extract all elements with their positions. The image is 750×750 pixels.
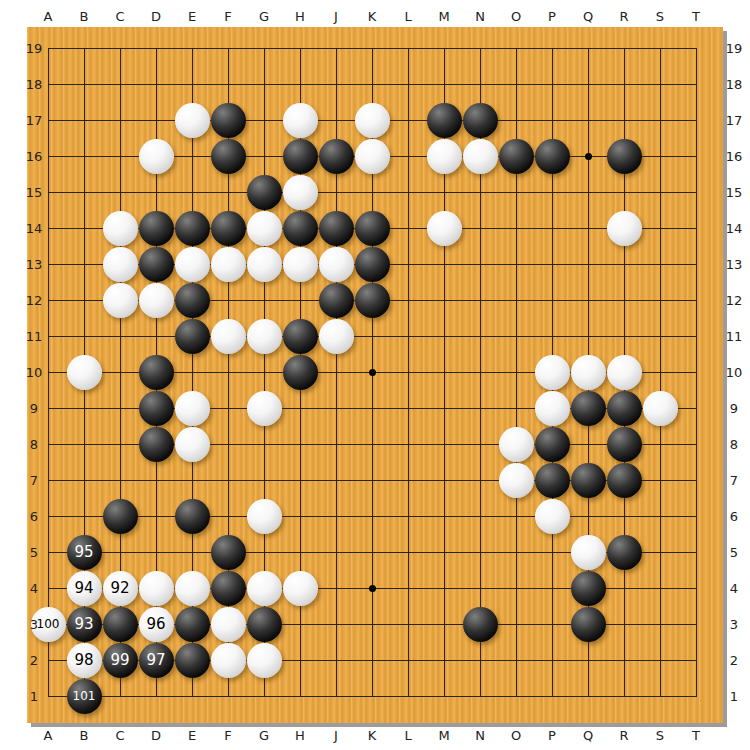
row-label-left-2: 2: [30, 654, 38, 667]
stone-black-K14[interactable]: [355, 211, 390, 246]
stone-black-Q3[interactable]: [571, 607, 606, 642]
row-label-right-19: 19: [726, 42, 743, 55]
row-label-left-6: 6: [30, 510, 38, 523]
stone-black-D9[interactable]: [139, 391, 174, 426]
grid-line-horizontal: [48, 696, 697, 697]
row-label-right-2: 2: [730, 654, 738, 667]
stone-black-E6[interactable]: [175, 499, 210, 534]
stone-black-D14[interactable]: [139, 211, 174, 246]
stone-white-C4[interactable]: 92: [103, 571, 138, 606]
stone-black-F17[interactable]: [211, 103, 246, 138]
stone-white-E4[interactable]: [175, 571, 210, 606]
move-number: 96: [146, 617, 165, 632]
stone-white-P10[interactable]: [535, 355, 570, 390]
stone-black-P16[interactable]: [535, 139, 570, 174]
grid-line-vertical: [696, 48, 697, 697]
stone-white-C12[interactable]: [103, 283, 138, 318]
stone-white-G11[interactable]: [247, 319, 282, 354]
row-label-left-18: 18: [26, 78, 43, 91]
stone-black-R7[interactable]: [607, 463, 642, 498]
stone-black-F5[interactable]: [211, 535, 246, 570]
row-label-left-7: 7: [30, 474, 38, 487]
stone-black-K12[interactable]: [355, 283, 390, 318]
stone-white-D4[interactable]: [139, 571, 174, 606]
stone-white-D16[interactable]: [139, 139, 174, 174]
stone-white-G4[interactable]: [247, 571, 282, 606]
stone-black-C2[interactable]: 99: [103, 643, 138, 678]
stone-black-J12[interactable]: [319, 283, 354, 318]
stone-black-F14[interactable]: [211, 211, 246, 246]
column-label-bottom-O: O: [511, 729, 521, 742]
stone-black-R8[interactable]: [607, 427, 642, 462]
column-label-top-E: E: [188, 10, 196, 23]
go-diagram-page: 9594921009396989997101 AABBCCDDEEFFGGHHJ…: [0, 0, 750, 750]
column-label-bottom-E: E: [188, 729, 196, 742]
row-label-left-12: 12: [26, 294, 43, 307]
stone-black-Q9[interactable]: [571, 391, 606, 426]
stone-black-F16[interactable]: [211, 139, 246, 174]
stone-white-N16[interactable]: [463, 139, 498, 174]
stone-white-E8[interactable]: [175, 427, 210, 462]
column-label-bottom-L: L: [404, 729, 411, 742]
stone-white-B2[interactable]: 98: [67, 643, 102, 678]
column-label-bottom-N: N: [475, 729, 485, 742]
grid-line-vertical: [660, 48, 661, 697]
stone-black-E12[interactable]: [175, 283, 210, 318]
stone-white-E13[interactable]: [175, 247, 210, 282]
stone-black-R16[interactable]: [607, 139, 642, 174]
stone-white-D3[interactable]: 96: [139, 607, 174, 642]
stone-white-R10[interactable]: [607, 355, 642, 390]
stone-white-H17[interactable]: [283, 103, 318, 138]
column-label-top-F: F: [224, 10, 231, 23]
row-label-left-1: 1: [30, 690, 38, 703]
stone-black-J16[interactable]: [319, 139, 354, 174]
row-label-right-11: 11: [726, 330, 743, 343]
column-label-bottom-G: G: [259, 729, 269, 742]
column-label-top-A: A: [44, 10, 53, 23]
column-label-bottom-P: P: [548, 729, 556, 742]
stone-black-K13[interactable]: [355, 247, 390, 282]
row-label-left-9: 9: [30, 402, 38, 415]
row-label-left-17: 17: [26, 114, 43, 127]
stone-white-C14[interactable]: [103, 211, 138, 246]
stone-black-R5[interactable]: [607, 535, 642, 570]
move-number: 100: [37, 618, 60, 630]
row-label-right-9: 9: [730, 402, 738, 415]
row-label-left-5: 5: [30, 546, 38, 559]
stone-white-G14[interactable]: [247, 211, 282, 246]
stone-white-F13[interactable]: [211, 247, 246, 282]
column-label-bottom-D: D: [151, 729, 161, 742]
stone-black-O16[interactable]: [499, 139, 534, 174]
row-label-right-10: 10: [726, 366, 743, 379]
move-number: 101: [73, 690, 96, 702]
stone-black-B1[interactable]: 101: [67, 679, 102, 714]
column-label-bottom-Q: Q: [583, 729, 593, 742]
stone-black-N17[interactable]: [463, 103, 498, 138]
stone-black-P7[interactable]: [535, 463, 570, 498]
stone-white-M14[interactable]: [427, 211, 462, 246]
row-label-right-4: 4: [730, 582, 738, 595]
stone-black-Q4[interactable]: [571, 571, 606, 606]
move-number: 94: [74, 581, 93, 596]
move-number: 99: [110, 653, 129, 668]
row-label-left-3: 3: [30, 618, 38, 631]
column-label-bottom-S: S: [656, 729, 664, 742]
row-label-right-6: 6: [730, 510, 738, 523]
column-label-top-G: G: [259, 10, 269, 23]
stone-black-H16[interactable]: [283, 139, 318, 174]
stone-white-G6[interactable]: [247, 499, 282, 534]
stone-black-C3[interactable]: [103, 607, 138, 642]
column-label-top-N: N: [475, 10, 485, 23]
stone-black-E11[interactable]: [175, 319, 210, 354]
row-label-left-16: 16: [26, 150, 43, 163]
column-label-bottom-A: A: [44, 729, 53, 742]
column-label-top-B: B: [80, 10, 89, 23]
stone-black-E2[interactable]: [175, 643, 210, 678]
stone-black-H14[interactable]: [283, 211, 318, 246]
stone-white-Q5[interactable]: [571, 535, 606, 570]
column-label-bottom-T: T: [692, 729, 700, 742]
star-point: [585, 153, 592, 160]
stone-white-K17[interactable]: [355, 103, 390, 138]
row-label-right-12: 12: [726, 294, 743, 307]
column-label-top-M: M: [438, 10, 449, 23]
row-label-right-5: 5: [730, 546, 738, 559]
stone-white-F2[interactable]: [211, 643, 246, 678]
row-label-right-17: 17: [726, 114, 743, 127]
stone-black-D13[interactable]: [139, 247, 174, 282]
move-number: 97: [146, 653, 165, 668]
stone-black-B5[interactable]: 95: [67, 535, 102, 570]
stone-white-R14[interactable]: [607, 211, 642, 246]
stone-black-F4[interactable]: [211, 571, 246, 606]
stone-black-H11[interactable]: [283, 319, 318, 354]
column-label-bottom-M: M: [438, 729, 449, 742]
stone-white-H13[interactable]: [283, 247, 318, 282]
row-label-right-3: 3: [730, 618, 738, 631]
stone-black-D2[interactable]: 97: [139, 643, 174, 678]
stone-white-F3[interactable]: [211, 607, 246, 642]
stone-white-Q10[interactable]: [571, 355, 606, 390]
stone-white-G9[interactable]: [247, 391, 282, 426]
column-label-top-L: L: [404, 10, 411, 23]
row-label-left-10: 10: [26, 366, 43, 379]
stone-black-P8[interactable]: [535, 427, 570, 462]
move-number: 93: [74, 617, 93, 632]
column-label-top-T: T: [692, 10, 700, 23]
grid-line-horizontal: [48, 516, 697, 517]
row-label-left-13: 13: [26, 258, 43, 271]
column-label-top-J: J: [334, 10, 338, 23]
stone-white-P9[interactable]: [535, 391, 570, 426]
stone-black-C6[interactable]: [103, 499, 138, 534]
row-label-right-15: 15: [726, 186, 743, 199]
column-label-top-Q: Q: [583, 10, 593, 23]
stone-black-D10[interactable]: [139, 355, 174, 390]
stone-black-B3[interactable]: 93: [67, 607, 102, 642]
row-label-left-11: 11: [26, 330, 43, 343]
star-point: [369, 585, 376, 592]
column-label-bottom-H: H: [295, 729, 305, 742]
star-point: [369, 369, 376, 376]
stone-white-G2[interactable]: [247, 643, 282, 678]
stone-white-D12[interactable]: [139, 283, 174, 318]
stone-white-J13[interactable]: [319, 247, 354, 282]
column-label-top-K: K: [368, 10, 377, 23]
row-label-left-19: 19: [26, 42, 43, 55]
row-label-right-1: 1: [730, 690, 738, 703]
stone-white-B10[interactable]: [67, 355, 102, 390]
row-label-left-8: 8: [30, 438, 38, 451]
stone-white-E9[interactable]: [175, 391, 210, 426]
stone-black-E3[interactable]: [175, 607, 210, 642]
move-number: 98: [74, 653, 93, 668]
stone-white-H4[interactable]: [283, 571, 318, 606]
stone-black-H10[interactable]: [283, 355, 318, 390]
stone-white-K16[interactable]: [355, 139, 390, 174]
column-label-top-D: D: [151, 10, 161, 23]
stone-white-S9[interactable]: [643, 391, 678, 426]
column-label-top-R: R: [619, 10, 628, 23]
stone-black-Q7[interactable]: [571, 463, 606, 498]
stone-black-M17[interactable]: [427, 103, 462, 138]
row-label-right-13: 13: [726, 258, 743, 271]
stone-white-B4[interactable]: 94: [67, 571, 102, 606]
stone-black-D8[interactable]: [139, 427, 174, 462]
stone-white-M16[interactable]: [427, 139, 462, 174]
column-label-top-C: C: [115, 10, 124, 23]
stone-black-G3[interactable]: [247, 607, 282, 642]
stone-black-G15[interactable]: [247, 175, 282, 210]
stone-black-E14[interactable]: [175, 211, 210, 246]
row-label-right-14: 14: [726, 222, 743, 235]
stone-black-R9[interactable]: [607, 391, 642, 426]
stone-white-O8[interactable]: [499, 427, 534, 462]
column-label-bottom-J: J: [334, 729, 338, 742]
move-number: 95: [74, 545, 93, 560]
stone-white-O7[interactable]: [499, 463, 534, 498]
row-label-right-16: 16: [726, 150, 743, 163]
stone-white-E17[interactable]: [175, 103, 210, 138]
stone-white-P6[interactable]: [535, 499, 570, 534]
stone-black-J14[interactable]: [319, 211, 354, 246]
stone-white-C13[interactable]: [103, 247, 138, 282]
column-label-bottom-C: C: [115, 729, 124, 742]
column-label-bottom-K: K: [368, 729, 377, 742]
column-label-bottom-F: F: [224, 729, 231, 742]
stone-white-H15[interactable]: [283, 175, 318, 210]
column-label-top-H: H: [295, 10, 305, 23]
row-label-right-7: 7: [730, 474, 738, 487]
column-label-top-P: P: [548, 10, 556, 23]
column-label-top-O: O: [511, 10, 521, 23]
row-label-left-14: 14: [26, 222, 43, 235]
row-label-right-8: 8: [730, 438, 738, 451]
stone-white-F11[interactable]: [211, 319, 246, 354]
stone-white-J11[interactable]: [319, 319, 354, 354]
go-board[interactable]: 9594921009396989997101: [27, 27, 723, 723]
row-label-left-4: 4: [30, 582, 38, 595]
grid-line-vertical: [408, 48, 409, 697]
row-label-left-15: 15: [26, 186, 43, 199]
column-label-top-S: S: [656, 10, 664, 23]
stone-white-G13[interactable]: [247, 247, 282, 282]
row-label-right-18: 18: [726, 78, 743, 91]
move-number: 92: [110, 581, 129, 596]
column-label-bottom-B: B: [80, 729, 89, 742]
stone-black-N3[interactable]: [463, 607, 498, 642]
column-label-bottom-R: R: [619, 729, 628, 742]
